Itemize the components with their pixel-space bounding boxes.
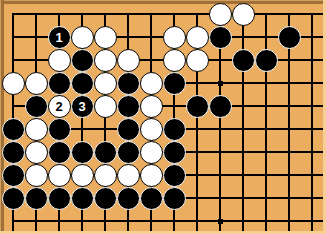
stone-black bbox=[48, 72, 71, 95]
intersection bbox=[2, 210, 25, 233]
intersection bbox=[2, 26, 25, 49]
intersection bbox=[301, 187, 324, 210]
intersection bbox=[71, 164, 94, 187]
intersection bbox=[232, 187, 255, 210]
intersection bbox=[209, 187, 232, 210]
intersection bbox=[163, 164, 186, 187]
intersection bbox=[186, 95, 209, 118]
stone-black bbox=[255, 49, 278, 72]
stone-white bbox=[140, 141, 163, 164]
stone-black bbox=[48, 118, 71, 141]
intersection bbox=[232, 3, 255, 26]
stone-white bbox=[94, 95, 117, 118]
intersection: 2 bbox=[48, 95, 71, 118]
stone-black bbox=[163, 141, 186, 164]
intersection bbox=[278, 164, 301, 187]
intersection bbox=[94, 118, 117, 141]
stone-white bbox=[163, 26, 186, 49]
intersection bbox=[25, 164, 48, 187]
intersection bbox=[163, 141, 186, 164]
intersection bbox=[186, 3, 209, 26]
intersection bbox=[163, 210, 186, 233]
intersection bbox=[2, 95, 25, 118]
intersection bbox=[301, 26, 324, 49]
intersection bbox=[186, 118, 209, 141]
intersection bbox=[186, 49, 209, 72]
intersection: 1 bbox=[48, 26, 71, 49]
intersection bbox=[301, 72, 324, 95]
intersection bbox=[140, 210, 163, 233]
intersection bbox=[117, 26, 140, 49]
intersection bbox=[71, 141, 94, 164]
intersection bbox=[278, 118, 301, 141]
intersection bbox=[117, 164, 140, 187]
intersection: 3 bbox=[71, 95, 94, 118]
intersection bbox=[117, 95, 140, 118]
stone-white bbox=[25, 72, 48, 95]
intersection bbox=[71, 72, 94, 95]
intersection bbox=[140, 164, 163, 187]
stone-black bbox=[94, 141, 117, 164]
stone-white bbox=[209, 3, 232, 26]
intersection bbox=[209, 26, 232, 49]
intersection bbox=[48, 49, 71, 72]
intersection bbox=[301, 164, 324, 187]
intersection bbox=[94, 210, 117, 233]
stone-black bbox=[71, 141, 94, 164]
intersection bbox=[209, 141, 232, 164]
crop-edge-bottom bbox=[0, 231, 326, 234]
stone-black bbox=[25, 187, 48, 210]
stone-black bbox=[94, 187, 117, 210]
stone-white bbox=[186, 49, 209, 72]
intersection bbox=[25, 26, 48, 49]
stone-white bbox=[94, 49, 117, 72]
intersection bbox=[140, 118, 163, 141]
stone-black bbox=[48, 141, 71, 164]
stone-black bbox=[71, 187, 94, 210]
intersection bbox=[209, 118, 232, 141]
stone-black bbox=[163, 187, 186, 210]
intersection bbox=[255, 95, 278, 118]
intersection bbox=[278, 26, 301, 49]
intersection bbox=[232, 141, 255, 164]
move-number-label: 1 bbox=[55, 31, 62, 44]
intersection bbox=[278, 141, 301, 164]
go-grid: 123 bbox=[2, 3, 324, 233]
intersection bbox=[117, 49, 140, 72]
intersection bbox=[117, 210, 140, 233]
stone-white bbox=[117, 49, 140, 72]
intersection bbox=[140, 26, 163, 49]
stone-black bbox=[2, 141, 25, 164]
intersection bbox=[232, 164, 255, 187]
stone-black bbox=[278, 26, 301, 49]
intersection bbox=[94, 72, 117, 95]
stone-black bbox=[163, 164, 186, 187]
intersection bbox=[94, 26, 117, 49]
intersection bbox=[209, 49, 232, 72]
stone-black bbox=[71, 72, 94, 95]
intersection bbox=[301, 95, 324, 118]
stone-black bbox=[48, 187, 71, 210]
intersection bbox=[2, 164, 25, 187]
intersection bbox=[71, 26, 94, 49]
intersection bbox=[209, 164, 232, 187]
intersection bbox=[163, 118, 186, 141]
intersection bbox=[2, 141, 25, 164]
intersection bbox=[2, 187, 25, 210]
stone-white bbox=[140, 164, 163, 187]
intersection bbox=[117, 3, 140, 26]
stone-black bbox=[117, 118, 140, 141]
intersection bbox=[140, 95, 163, 118]
stone-white bbox=[94, 72, 117, 95]
intersection bbox=[186, 26, 209, 49]
move-number-label: 2 bbox=[55, 100, 62, 113]
intersection bbox=[25, 210, 48, 233]
intersection bbox=[209, 3, 232, 26]
intersection bbox=[140, 3, 163, 26]
intersection bbox=[94, 141, 117, 164]
intersection bbox=[71, 49, 94, 72]
intersection bbox=[209, 72, 232, 95]
stone-white bbox=[25, 118, 48, 141]
intersection bbox=[232, 95, 255, 118]
stone-black bbox=[186, 95, 209, 118]
intersection bbox=[278, 3, 301, 26]
intersection bbox=[117, 187, 140, 210]
intersection bbox=[48, 118, 71, 141]
intersection bbox=[25, 118, 48, 141]
intersection bbox=[186, 210, 209, 233]
intersection bbox=[48, 210, 71, 233]
intersection bbox=[278, 210, 301, 233]
stone-white bbox=[140, 95, 163, 118]
intersection bbox=[232, 26, 255, 49]
intersection bbox=[301, 118, 324, 141]
stone-white bbox=[140, 72, 163, 95]
stone-black bbox=[117, 187, 140, 210]
intersection bbox=[209, 95, 232, 118]
intersection bbox=[278, 95, 301, 118]
intersection bbox=[2, 49, 25, 72]
intersection bbox=[255, 118, 278, 141]
stone-black bbox=[2, 164, 25, 187]
stone-black: 3 bbox=[71, 95, 94, 118]
stone-black bbox=[2, 187, 25, 210]
intersection bbox=[25, 3, 48, 26]
intersection bbox=[48, 187, 71, 210]
intersection bbox=[255, 141, 278, 164]
intersection bbox=[232, 210, 255, 233]
intersection bbox=[25, 187, 48, 210]
stone-black bbox=[25, 95, 48, 118]
intersection bbox=[163, 26, 186, 49]
intersection bbox=[163, 187, 186, 210]
stone-black: 1 bbox=[48, 26, 71, 49]
intersection bbox=[48, 164, 71, 187]
intersection bbox=[140, 141, 163, 164]
intersection bbox=[25, 141, 48, 164]
intersection bbox=[94, 3, 117, 26]
stone-white bbox=[94, 164, 117, 187]
stone-white: 2 bbox=[48, 95, 71, 118]
stone-white bbox=[186, 26, 209, 49]
intersection bbox=[278, 187, 301, 210]
intersection bbox=[209, 210, 232, 233]
intersection bbox=[140, 72, 163, 95]
intersection bbox=[48, 3, 71, 26]
intersection bbox=[25, 95, 48, 118]
intersection bbox=[278, 49, 301, 72]
intersection bbox=[232, 118, 255, 141]
intersection bbox=[255, 187, 278, 210]
intersection bbox=[71, 210, 94, 233]
intersection bbox=[255, 49, 278, 72]
move-number-label: 3 bbox=[78, 100, 85, 113]
intersection bbox=[48, 141, 71, 164]
intersection bbox=[255, 72, 278, 95]
intersection bbox=[140, 49, 163, 72]
intersection bbox=[186, 187, 209, 210]
intersection bbox=[25, 49, 48, 72]
intersection bbox=[94, 95, 117, 118]
stone-white bbox=[232, 3, 255, 26]
intersection bbox=[25, 72, 48, 95]
intersection bbox=[94, 49, 117, 72]
intersection bbox=[301, 141, 324, 164]
intersection bbox=[232, 49, 255, 72]
star-point bbox=[218, 81, 223, 86]
intersection bbox=[232, 72, 255, 95]
intersection bbox=[71, 3, 94, 26]
stone-white bbox=[140, 118, 163, 141]
stone-black bbox=[117, 72, 140, 95]
stone-white bbox=[117, 164, 140, 187]
stone-white bbox=[48, 164, 71, 187]
stone-black bbox=[117, 141, 140, 164]
stone-black bbox=[71, 49, 94, 72]
intersection bbox=[301, 3, 324, 26]
intersection bbox=[117, 72, 140, 95]
stone-white bbox=[2, 72, 25, 95]
stone-white bbox=[25, 141, 48, 164]
intersection bbox=[255, 164, 278, 187]
intersection bbox=[163, 72, 186, 95]
stone-black bbox=[163, 118, 186, 141]
stone-white bbox=[48, 49, 71, 72]
intersection bbox=[255, 3, 278, 26]
intersection bbox=[117, 141, 140, 164]
intersection bbox=[71, 118, 94, 141]
intersection bbox=[301, 210, 324, 233]
intersection bbox=[186, 72, 209, 95]
stone-black bbox=[209, 95, 232, 118]
intersection bbox=[278, 72, 301, 95]
intersection bbox=[2, 3, 25, 26]
star-point bbox=[218, 219, 223, 224]
intersection bbox=[2, 118, 25, 141]
stone-black bbox=[163, 72, 186, 95]
stone-white bbox=[25, 164, 48, 187]
stone-black bbox=[209, 26, 232, 49]
intersection bbox=[301, 49, 324, 72]
stone-black bbox=[2, 118, 25, 141]
intersection bbox=[71, 187, 94, 210]
intersection bbox=[163, 3, 186, 26]
intersection bbox=[163, 49, 186, 72]
intersection bbox=[2, 72, 25, 95]
stone-black bbox=[117, 95, 140, 118]
stone-white bbox=[94, 26, 117, 49]
stone-white bbox=[163, 49, 186, 72]
intersection bbox=[140, 187, 163, 210]
stone-white bbox=[71, 26, 94, 49]
intersection bbox=[255, 26, 278, 49]
go-board-diagram: 123 bbox=[0, 0, 326, 234]
intersection bbox=[48, 72, 71, 95]
intersection bbox=[163, 95, 186, 118]
intersection bbox=[94, 187, 117, 210]
intersection bbox=[186, 141, 209, 164]
intersection bbox=[117, 118, 140, 141]
intersection bbox=[255, 210, 278, 233]
stone-black bbox=[140, 187, 163, 210]
stone-white bbox=[71, 164, 94, 187]
stone-black bbox=[232, 49, 255, 72]
intersection bbox=[94, 164, 117, 187]
intersection bbox=[186, 164, 209, 187]
